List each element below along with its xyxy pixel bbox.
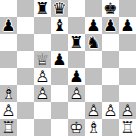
white-pawn-c3-fill: ♟ bbox=[34, 85, 51, 102]
square-c2[interactable] bbox=[34, 102, 51, 119]
white-bishop-f1: ♗ bbox=[85, 119, 102, 136]
square-c3[interactable]: ♟♙ bbox=[34, 85, 51, 102]
square-e5[interactable] bbox=[68, 51, 85, 68]
square-c5[interactable]: ♛♕ bbox=[34, 51, 51, 68]
black-pawn-f7: ♟ bbox=[85, 17, 102, 34]
square-c6[interactable] bbox=[34, 34, 51, 51]
square-g2[interactable]: ♟♙ bbox=[102, 102, 119, 119]
square-h4[interactable] bbox=[119, 68, 136, 85]
square-b1[interactable] bbox=[17, 119, 34, 136]
square-a5[interactable] bbox=[0, 51, 17, 68]
square-f2[interactable]: ♟♙ bbox=[85, 102, 102, 119]
square-d4[interactable] bbox=[51, 68, 68, 85]
black-pawn-d5: ♟ bbox=[51, 51, 68, 68]
square-c8[interactable]: ♜ bbox=[34, 0, 51, 17]
square-f6[interactable]: ♞ bbox=[85, 34, 102, 51]
white-pawn-e3: ♙ bbox=[68, 85, 85, 102]
square-g3[interactable] bbox=[102, 85, 119, 102]
square-b2[interactable] bbox=[17, 102, 34, 119]
square-e7[interactable] bbox=[68, 17, 85, 34]
white-pawn-g2: ♙ bbox=[102, 102, 119, 119]
black-queen-d8: ♛ bbox=[51, 0, 68, 17]
square-f4[interactable] bbox=[85, 68, 102, 85]
square-b4[interactable] bbox=[17, 68, 34, 85]
white-bishop-a3-fill: ♝ bbox=[0, 85, 17, 102]
square-d1[interactable] bbox=[51, 119, 68, 136]
square-d7[interactable]: ♝ bbox=[51, 17, 68, 34]
square-h3[interactable] bbox=[119, 85, 136, 102]
square-e3[interactable]: ♟♙ bbox=[68, 85, 85, 102]
white-pawn-f2-fill: ♟ bbox=[85, 102, 102, 119]
square-c7[interactable] bbox=[34, 17, 51, 34]
square-b8[interactable] bbox=[17, 0, 34, 17]
square-f7[interactable]: ♟ bbox=[85, 17, 102, 34]
white-pawn-h2-fill: ♟ bbox=[119, 102, 136, 119]
chess-board: ♜♛♚♟♝♟♟♟♜♞♛♕♟♟♙♟♝♗♟♙♟♙♟♙♟♙♟♙♟♙♜♖♚♔♝♗♜♖ bbox=[0, 0, 136, 136]
square-d2[interactable] bbox=[51, 102, 68, 119]
square-h7[interactable]: ♟ bbox=[119, 17, 136, 34]
square-e8[interactable] bbox=[68, 0, 85, 17]
black-rook-e6: ♜ bbox=[68, 34, 85, 51]
square-a7[interactable]: ♟ bbox=[0, 17, 17, 34]
square-f5[interactable] bbox=[85, 51, 102, 68]
black-pawn-h7: ♟ bbox=[119, 17, 136, 34]
square-e6[interactable]: ♜ bbox=[68, 34, 85, 51]
square-f8[interactable] bbox=[85, 0, 102, 17]
white-pawn-g2-fill: ♟ bbox=[102, 102, 119, 119]
white-pawn-a2-fill: ♟ bbox=[0, 102, 17, 119]
square-f1[interactable]: ♝♗ bbox=[85, 119, 102, 136]
black-knight-f6: ♞ bbox=[85, 34, 102, 51]
square-a2[interactable]: ♟♙ bbox=[0, 102, 17, 119]
white-pawn-c4-fill: ♟ bbox=[34, 68, 51, 85]
white-pawn-h2: ♙ bbox=[119, 102, 136, 119]
square-b6[interactable] bbox=[17, 34, 34, 51]
square-g5[interactable] bbox=[102, 51, 119, 68]
square-e2[interactable] bbox=[68, 102, 85, 119]
square-b5[interactable] bbox=[17, 51, 34, 68]
square-e1[interactable]: ♚♔ bbox=[68, 119, 85, 136]
square-g7[interactable]: ♟ bbox=[102, 17, 119, 34]
square-h5[interactable] bbox=[119, 51, 136, 68]
white-pawn-c3: ♙ bbox=[34, 85, 51, 102]
white-bishop-a3: ♗ bbox=[0, 85, 17, 102]
white-pawn-f2: ♙ bbox=[85, 102, 102, 119]
white-pawn-e3-fill: ♟ bbox=[68, 85, 85, 102]
white-queen-c5: ♕ bbox=[34, 51, 51, 68]
square-a4[interactable] bbox=[0, 68, 17, 85]
square-b3[interactable] bbox=[17, 85, 34, 102]
white-rook-h1-fill: ♜ bbox=[119, 119, 136, 136]
square-b7[interactable] bbox=[17, 17, 34, 34]
square-g1[interactable] bbox=[102, 119, 119, 136]
white-bishop-f1-fill: ♝ bbox=[85, 119, 102, 136]
square-d8[interactable]: ♛ bbox=[51, 0, 68, 17]
white-rook-a1: ♖ bbox=[0, 119, 17, 136]
black-pawn-a7: ♟ bbox=[0, 17, 17, 34]
square-g4[interactable] bbox=[102, 68, 119, 85]
square-a8[interactable] bbox=[0, 0, 17, 17]
square-h1[interactable]: ♜♖ bbox=[119, 119, 136, 136]
white-pawn-c4: ♙ bbox=[34, 68, 51, 85]
square-h6[interactable] bbox=[119, 34, 136, 51]
black-king-g8: ♚ bbox=[102, 0, 119, 17]
square-d3[interactable] bbox=[51, 85, 68, 102]
square-a6[interactable] bbox=[0, 34, 17, 51]
square-h8[interactable] bbox=[119, 0, 136, 17]
square-h2[interactable]: ♟♙ bbox=[119, 102, 136, 119]
square-d6[interactable] bbox=[51, 34, 68, 51]
white-pawn-a2: ♙ bbox=[0, 102, 17, 119]
black-pawn-e4: ♟ bbox=[68, 68, 85, 85]
black-pawn-g7: ♟ bbox=[102, 17, 119, 34]
square-c4[interactable]: ♟♙ bbox=[34, 68, 51, 85]
square-c1[interactable] bbox=[34, 119, 51, 136]
square-a1[interactable]: ♜♖ bbox=[0, 119, 17, 136]
square-d5[interactable]: ♟ bbox=[51, 51, 68, 68]
black-bishop-d7: ♝ bbox=[51, 17, 68, 34]
black-rook-c8: ♜ bbox=[34, 0, 51, 17]
square-g6[interactable] bbox=[102, 34, 119, 51]
white-rook-h1: ♖ bbox=[119, 119, 136, 136]
square-e4[interactable]: ♟ bbox=[68, 68, 85, 85]
white-king-e1-fill: ♚ bbox=[68, 119, 85, 136]
white-rook-a1-fill: ♜ bbox=[0, 119, 17, 136]
square-g8[interactable]: ♚ bbox=[102, 0, 119, 17]
white-queen-c5-fill: ♛ bbox=[34, 51, 51, 68]
square-f3[interactable] bbox=[85, 85, 102, 102]
square-a3[interactable]: ♝♗ bbox=[0, 85, 17, 102]
white-king-e1: ♔ bbox=[68, 119, 85, 136]
